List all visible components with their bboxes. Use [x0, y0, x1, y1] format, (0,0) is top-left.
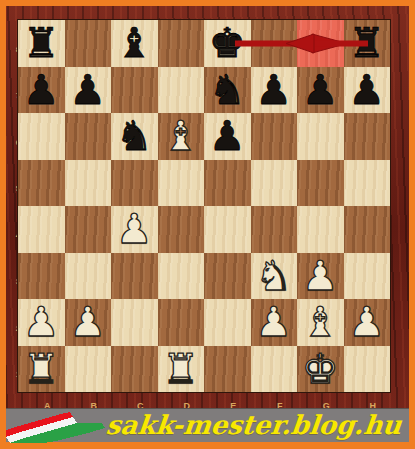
square-f2: ♟ [251, 299, 298, 346]
square-b2: ♟ [65, 299, 112, 346]
square-a4 [18, 206, 65, 253]
square-f5 [251, 160, 298, 207]
square-a7: ♟ [18, 67, 65, 114]
piece-white-knight: ♞ [255, 253, 292, 299]
square-g5 [297, 160, 344, 207]
square-h2: ♟ [344, 299, 391, 346]
square-b4 [65, 206, 112, 253]
square-e4 [204, 206, 251, 253]
square-d4 [158, 206, 205, 253]
square-e1 [204, 346, 251, 393]
piece-white-pawn: ♟ [69, 299, 106, 345]
piece-black-pawn: ♟ [255, 67, 292, 113]
piece-white-rook: ♜ [23, 346, 60, 392]
square-h6 [344, 113, 391, 160]
square-b1 [65, 346, 112, 393]
piece-white-rook: ♜ [162, 346, 199, 392]
piece-white-pawn: ♟ [23, 299, 60, 345]
square-f1 [251, 346, 298, 393]
square-h7: ♟ [344, 67, 391, 114]
piece-black-king: ♚ [209, 20, 246, 66]
square-c6: ♞ [111, 113, 158, 160]
piece-black-pawn: ♟ [348, 67, 385, 113]
square-e5 [204, 160, 251, 207]
square-g8 [297, 20, 344, 67]
piece-black-knight: ♞ [116, 113, 153, 159]
square-h1 [344, 346, 391, 393]
watermark-blog-url: sakk-mester.blog.hu [104, 409, 403, 443]
chess-diagram: 87654321 ABCDEFGH ♜♝♚♜♟♟♞♟♟♟♞♝♟♟♞♟♟♟♟♝♟♜… [0, 0, 415, 449]
square-g7: ♟ [297, 67, 344, 114]
square-a1: ♜ [18, 346, 65, 393]
square-c2 [111, 299, 158, 346]
piece-black-rook: ♜ [348, 20, 385, 66]
piece-black-pawn: ♟ [302, 67, 339, 113]
square-d6: ♝ [158, 113, 205, 160]
chess-board: ♜♝♚♜♟♟♞♟♟♟♞♝♟♟♞♟♟♟♟♝♟♜♜♚ [18, 20, 390, 392]
square-g3: ♟ [297, 253, 344, 300]
square-g1: ♚ [297, 346, 344, 393]
piece-black-pawn: ♟ [23, 67, 60, 113]
piece-white-king: ♚ [302, 346, 339, 392]
square-e7: ♞ [204, 67, 251, 114]
square-b7: ♟ [65, 67, 112, 114]
square-d8 [158, 20, 205, 67]
square-g2: ♝ [297, 299, 344, 346]
square-a2: ♟ [18, 299, 65, 346]
piece-black-pawn: ♟ [209, 113, 246, 159]
square-e2 [204, 299, 251, 346]
square-b3 [65, 253, 112, 300]
piece-white-pawn: ♟ [255, 299, 292, 345]
piece-white-pawn: ♟ [348, 299, 385, 345]
square-e8: ♚ [204, 20, 251, 67]
square-d7 [158, 67, 205, 114]
square-a6 [18, 113, 65, 160]
square-e6: ♟ [204, 113, 251, 160]
footer-bar: sakk-mester.blog.hu [6, 408, 409, 442]
square-h8: ♜ [344, 20, 391, 67]
square-d1: ♜ [158, 346, 205, 393]
square-b8 [65, 20, 112, 67]
square-c5 [111, 160, 158, 207]
square-c3 [111, 253, 158, 300]
square-h3 [344, 253, 391, 300]
piece-white-bishop: ♝ [162, 113, 199, 159]
piece-white-bishop: ♝ [302, 299, 339, 345]
square-d2 [158, 299, 205, 346]
piece-black-pawn: ♟ [69, 67, 106, 113]
square-g4 [297, 206, 344, 253]
square-h5 [344, 160, 391, 207]
square-c8: ♝ [111, 20, 158, 67]
square-f7: ♟ [251, 67, 298, 114]
square-d5 [158, 160, 205, 207]
square-a3 [18, 253, 65, 300]
square-c4: ♟ [111, 206, 158, 253]
hungarian-flag-icon [6, 412, 110, 443]
square-f3: ♞ [251, 253, 298, 300]
square-c1 [111, 346, 158, 393]
square-a8: ♜ [18, 20, 65, 67]
piece-black-rook: ♜ [23, 20, 60, 66]
square-f8 [251, 20, 298, 67]
piece-white-pawn: ♟ [302, 253, 339, 299]
square-b5 [65, 160, 112, 207]
piece-black-knight: ♞ [209, 67, 246, 113]
square-c7 [111, 67, 158, 114]
square-g6 [297, 113, 344, 160]
square-a5 [18, 160, 65, 207]
square-d3 [158, 253, 205, 300]
piece-black-bishop: ♝ [116, 20, 153, 66]
square-f4 [251, 206, 298, 253]
square-f6 [251, 113, 298, 160]
square-e3 [204, 253, 251, 300]
square-h4 [344, 206, 391, 253]
piece-white-pawn: ♟ [116, 206, 153, 252]
square-b6 [65, 113, 112, 160]
